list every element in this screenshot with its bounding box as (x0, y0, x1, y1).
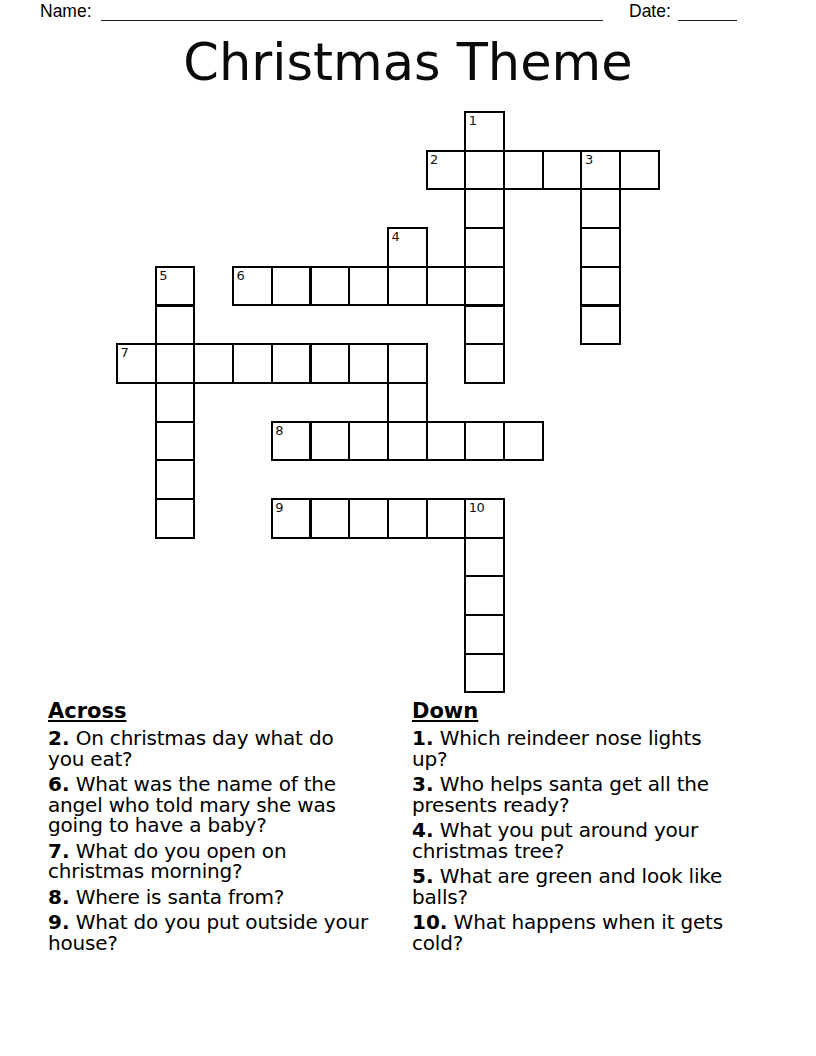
grid-cell-r3c7[interactable]: 4 (387, 227, 428, 268)
grid-cell-r4c8[interactable] (426, 266, 467, 307)
clue-across-8: 8. Where is santa from? (48, 887, 368, 908)
clue-number: 7. (48, 839, 70, 863)
clue-number-label: 1 (469, 113, 477, 128)
grid-cell-r14c9[interactable] (464, 653, 505, 694)
grid-cell-r11c9[interactable] (464, 537, 505, 578)
grid-cell-r6c9[interactable] (464, 343, 505, 384)
grid-cell-r1c12[interactable]: 3 (580, 150, 621, 191)
clue-number: 1. (412, 726, 434, 750)
grid-cell-r4c3[interactable]: 6 (232, 266, 273, 307)
clue-number: 10. (412, 910, 447, 934)
clue-number-label: 4 (391, 229, 399, 244)
grid-cell-r4c5[interactable] (310, 266, 351, 307)
clue-number-label: 7 (121, 345, 129, 360)
grid-cell-r9c1[interactable] (155, 459, 196, 500)
clue-across-6: 6. What was the name of the angel who to… (48, 774, 368, 836)
clue-down-10: 10. What happens when it gets cold? (412, 912, 737, 953)
clue-number-label: 8 (275, 423, 283, 438)
clue-number-label: 9 (275, 500, 283, 515)
grid-cell-r8c8[interactable] (426, 421, 467, 462)
across-heading: Across (48, 700, 368, 723)
clue-down-5: 5. What are green and look like balls? (412, 866, 737, 907)
grid-cell-r7c1[interactable] (155, 382, 196, 423)
worksheet-page: Name: Date: Christmas Theme 12345678910 … (0, 0, 816, 1056)
clue-number: 2. (48, 726, 70, 750)
clue-across-2: 2. On christmas day what do you eat? (48, 728, 368, 769)
clue-number-label: 10 (469, 500, 485, 515)
grid-cell-r8c10[interactable] (503, 421, 544, 462)
down-heading: Down (412, 700, 737, 723)
grid-cell-r6c7[interactable] (387, 343, 428, 384)
clue-number: 6. (48, 772, 70, 796)
grid-cell-r4c4[interactable] (271, 266, 312, 307)
grid-cell-r4c6[interactable] (348, 266, 389, 307)
grid-cell-r4c1[interactable]: 5 (155, 266, 196, 307)
grid-cell-r4c7[interactable] (387, 266, 428, 307)
grid-cell-r8c4[interactable]: 8 (271, 421, 312, 462)
clue-down-1: 1. Which reindeer nose lights up? (412, 728, 737, 769)
grid-cell-r12c9[interactable] (464, 575, 505, 616)
clue-number-label: 6 (237, 268, 245, 283)
clue-number-label: 3 (585, 152, 593, 167)
clue-number-label: 5 (159, 268, 167, 283)
page-title: Christmas Theme (0, 33, 816, 93)
name-blank-line[interactable] (101, 1, 603, 21)
grid-cell-r3c9[interactable] (464, 227, 505, 268)
clue-number: 3. (412, 772, 434, 796)
grid-cell-r1c11[interactable] (542, 150, 583, 191)
grid-cell-r8c1[interactable] (155, 421, 196, 462)
grid-cell-r6c4[interactable] (271, 343, 312, 384)
grid-cell-r6c0[interactable]: 7 (116, 343, 157, 384)
grid-cell-r10c8[interactable] (426, 498, 467, 539)
clue-number: 5. (412, 864, 434, 888)
grid-cell-r5c12[interactable] (580, 305, 621, 346)
grid-cell-r10c1[interactable] (155, 498, 196, 539)
grid-cell-r8c9[interactable] (464, 421, 505, 462)
grid-cell-r8c6[interactable] (348, 421, 389, 462)
grid-cell-r1c13[interactable] (619, 150, 660, 191)
clue-across-9: 9. What do you put outside your house? (48, 912, 368, 953)
grid-cell-r1c10[interactable] (503, 150, 544, 191)
grid-cell-r6c3[interactable] (232, 343, 273, 384)
grid-cell-r6c5[interactable] (310, 343, 351, 384)
across-clues-section: Across 2. On christmas day what do you e… (48, 700, 368, 958)
grid-cell-r4c12[interactable] (580, 266, 621, 307)
grid-cell-r1c8[interactable]: 2 (426, 150, 467, 191)
grid-cell-r6c1[interactable] (155, 343, 196, 384)
grid-cell-r5c1[interactable] (155, 305, 196, 346)
date-label: Date: (629, 2, 671, 21)
date-blank-line[interactable] (678, 1, 737, 21)
clue-number: 4. (412, 818, 434, 842)
clue-down-4: 4. What you put around your christmas tr… (412, 820, 737, 861)
clue-number: 8. (48, 885, 70, 909)
grid-cell-r4c9[interactable] (464, 266, 505, 307)
grid-cell-r10c5[interactable] (310, 498, 351, 539)
grid-cell-r6c2[interactable] (193, 343, 234, 384)
across-clues-list: 2. On christmas day what do you eat?6. W… (48, 728, 368, 953)
grid-cell-r10c7[interactable] (387, 498, 428, 539)
grid-cell-r1c9[interactable] (464, 150, 505, 191)
down-clues-list: 1. Which reindeer nose lights up?3. Who … (412, 728, 737, 953)
grid-cell-r13c9[interactable] (464, 614, 505, 655)
grid-cell-r2c9[interactable] (464, 188, 505, 229)
grid-cell-r10c4[interactable]: 9 (271, 498, 312, 539)
grid-cell-r8c7[interactable] (387, 421, 428, 462)
down-clues-section: Down 1. Which reindeer nose lights up?3.… (412, 700, 737, 958)
name-label: Name: (40, 2, 92, 21)
grid-cell-r0c9[interactable]: 1 (464, 111, 505, 152)
grid-cell-r3c12[interactable] (580, 227, 621, 268)
crossword-grid: 12345678910 (116, 111, 661, 695)
grid-cell-r10c6[interactable] (348, 498, 389, 539)
clue-down-3: 3. Who helps santa get all the presents … (412, 774, 737, 815)
grid-cell-r10c9[interactable]: 10 (464, 498, 505, 539)
grid-cell-r6c6[interactable] (348, 343, 389, 384)
clue-number-label: 2 (430, 152, 438, 167)
grid-cell-r8c5[interactable] (310, 421, 351, 462)
grid-cell-r5c9[interactable] (464, 305, 505, 346)
clue-number: 9. (48, 910, 70, 934)
grid-cell-r7c7[interactable] (387, 382, 428, 423)
clue-across-7: 7. What do you open on christmas morning… (48, 841, 368, 882)
grid-cell-r2c12[interactable] (580, 188, 621, 229)
